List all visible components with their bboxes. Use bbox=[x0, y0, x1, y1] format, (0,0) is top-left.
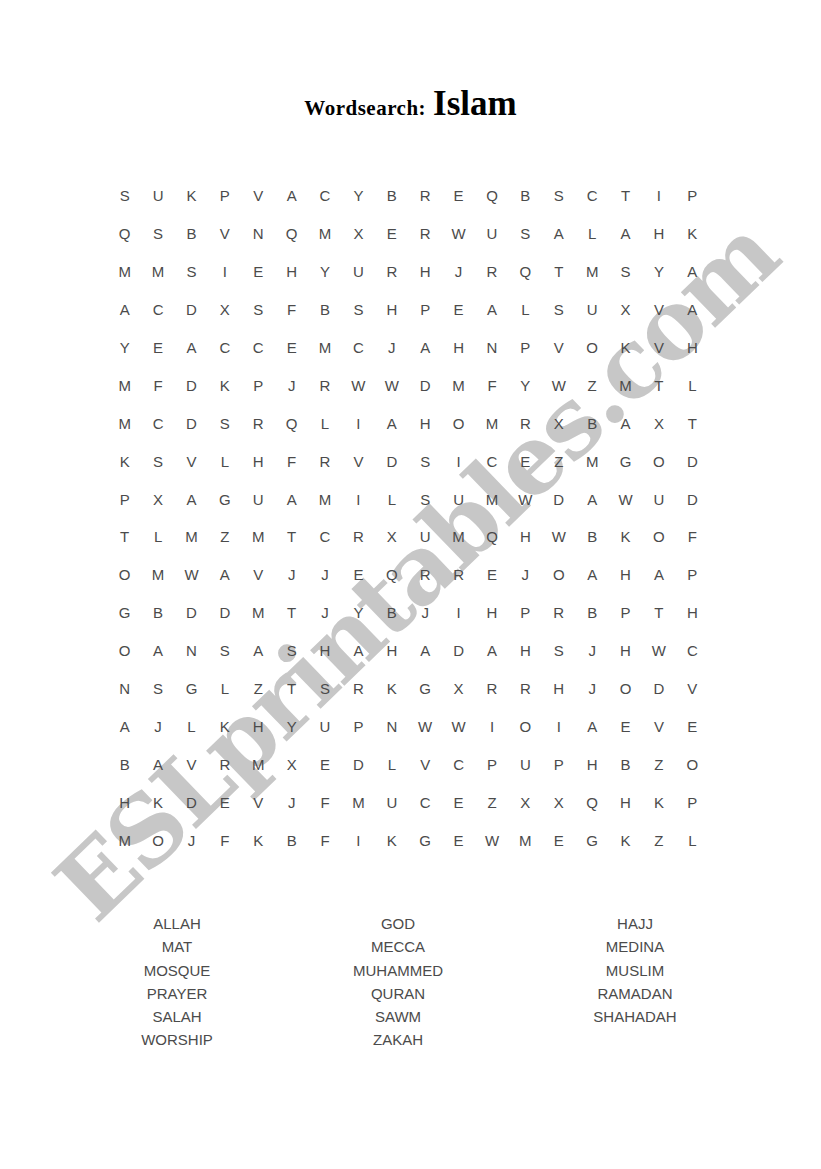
grid-cell: N bbox=[375, 707, 408, 745]
grid-cell: S bbox=[609, 253, 642, 291]
grid-cell: D bbox=[409, 366, 442, 404]
grid-cell: G bbox=[575, 821, 608, 859]
grid-cell: V bbox=[342, 442, 375, 480]
grid-cell: X bbox=[542, 783, 575, 821]
grid-cell: K bbox=[208, 366, 241, 404]
grid-cell: A bbox=[175, 480, 208, 518]
grid-cell: V bbox=[676, 670, 709, 708]
grid-cell: M bbox=[475, 480, 508, 518]
grid-cell: V bbox=[175, 745, 208, 783]
grid-cell: P bbox=[509, 594, 542, 632]
grid-cell: N bbox=[242, 215, 275, 253]
grid-cell: S bbox=[409, 480, 442, 518]
grid-cell: A bbox=[108, 707, 141, 745]
grid-cell: U bbox=[308, 707, 341, 745]
word-list-item: SAWM bbox=[298, 1005, 498, 1028]
grid-cell: R bbox=[475, 253, 508, 291]
grid-cell: M bbox=[141, 253, 174, 291]
grid-cell: B bbox=[375, 177, 408, 215]
grid-cell: A bbox=[609, 215, 642, 253]
grid-cell: Q bbox=[509, 253, 542, 291]
grid-cell: E bbox=[442, 177, 475, 215]
grid-cell: T bbox=[275, 594, 308, 632]
grid-cell: H bbox=[676, 329, 709, 367]
grid-cell: A bbox=[208, 556, 241, 594]
grid-cell: W bbox=[375, 366, 408, 404]
grid-cell: B bbox=[275, 821, 308, 859]
grid-cell: U bbox=[409, 518, 442, 556]
grid-cell: A bbox=[475, 291, 508, 329]
grid-cell: W bbox=[542, 518, 575, 556]
grid-cell: X bbox=[208, 291, 241, 329]
grid-cell: S bbox=[542, 291, 575, 329]
grid-cell: W bbox=[642, 632, 675, 670]
grid-cell: I bbox=[342, 821, 375, 859]
grid-cell: U bbox=[442, 480, 475, 518]
grid-cell: M bbox=[175, 518, 208, 556]
grid-cell: O bbox=[442, 404, 475, 442]
worksheet-title: Wordsearch:Islam bbox=[0, 84, 821, 124]
grid-cell: L bbox=[575, 215, 608, 253]
grid-cell: I bbox=[208, 253, 241, 291]
grid-cell: W bbox=[409, 707, 442, 745]
grid-cell: D bbox=[375, 442, 408, 480]
grid-cell: O bbox=[642, 518, 675, 556]
grid-cell: H bbox=[642, 215, 675, 253]
grid-cell: M bbox=[575, 442, 608, 480]
grid-cell: P bbox=[676, 177, 709, 215]
grid-cell: H bbox=[375, 291, 408, 329]
grid-cell: B bbox=[141, 594, 174, 632]
grid-cell: E bbox=[609, 707, 642, 745]
grid-cell: X bbox=[141, 480, 174, 518]
grid-cell: J bbox=[575, 632, 608, 670]
grid-cell: U bbox=[509, 745, 542, 783]
word-list-item: ZAKAH bbox=[298, 1028, 498, 1051]
grid-cell: K bbox=[642, 783, 675, 821]
grid-cell: K bbox=[175, 177, 208, 215]
grid-cell: D bbox=[175, 404, 208, 442]
word-list-item: SHAHADAH bbox=[535, 1005, 735, 1028]
grid-cell: H bbox=[575, 745, 608, 783]
grid-cell: C bbox=[208, 329, 241, 367]
grid-cell: J bbox=[409, 594, 442, 632]
grid-cell: H bbox=[609, 632, 642, 670]
grid-cell: W bbox=[175, 556, 208, 594]
word-list-item: HAJJ bbox=[535, 912, 735, 935]
grid-cell: W bbox=[342, 366, 375, 404]
grid-cell: K bbox=[208, 707, 241, 745]
grid-cell: G bbox=[409, 821, 442, 859]
grid-cell: Q bbox=[575, 783, 608, 821]
word-list-item: MOSQUE bbox=[77, 959, 277, 982]
grid-cell: Z bbox=[642, 821, 675, 859]
grid-cell: X bbox=[542, 404, 575, 442]
grid-cell: K bbox=[108, 442, 141, 480]
grid-cell: F bbox=[308, 821, 341, 859]
grid-cell: I bbox=[542, 707, 575, 745]
grid-cell: T bbox=[542, 253, 575, 291]
grid-cell: M bbox=[242, 745, 275, 783]
grid-cell: Y bbox=[342, 594, 375, 632]
grid-cell: V bbox=[242, 556, 275, 594]
grid-cell: A bbox=[575, 556, 608, 594]
grid-cell: R bbox=[542, 594, 575, 632]
grid-cell: E bbox=[475, 556, 508, 594]
grid-cell: Z bbox=[242, 670, 275, 708]
grid-cell: S bbox=[175, 253, 208, 291]
grid-cell: I bbox=[342, 404, 375, 442]
grid-cell: V bbox=[409, 745, 442, 783]
grid-cell: T bbox=[642, 594, 675, 632]
grid-cell: S bbox=[409, 442, 442, 480]
grid-cell: S bbox=[308, 670, 341, 708]
grid-cell: A bbox=[141, 632, 174, 670]
grid-cell: D bbox=[175, 783, 208, 821]
grid-cell: D bbox=[442, 632, 475, 670]
grid-cell: V bbox=[642, 707, 675, 745]
grid-cell: C bbox=[342, 329, 375, 367]
grid-cell: C bbox=[308, 177, 341, 215]
word-list-item: WORSHIP bbox=[77, 1028, 277, 1051]
grid-cell: A bbox=[642, 556, 675, 594]
grid-cell: A bbox=[542, 215, 575, 253]
grid-cell: L bbox=[175, 707, 208, 745]
grid-cell: R bbox=[509, 404, 542, 442]
grid-cell: F bbox=[308, 783, 341, 821]
grid-cell: O bbox=[575, 329, 608, 367]
grid-cell: J bbox=[275, 783, 308, 821]
grid-cell: H bbox=[609, 556, 642, 594]
grid-cell: S bbox=[141, 215, 174, 253]
grid-cell: E bbox=[342, 556, 375, 594]
grid-cell: D bbox=[642, 670, 675, 708]
grid-cell: B bbox=[575, 404, 608, 442]
grid-cell: B bbox=[108, 745, 141, 783]
grid-cell: V bbox=[242, 783, 275, 821]
grid-cell: G bbox=[609, 442, 642, 480]
grid-cell: S bbox=[542, 632, 575, 670]
grid-cell: L bbox=[509, 291, 542, 329]
grid-cell: T bbox=[642, 366, 675, 404]
grid-cell: T bbox=[108, 518, 141, 556]
grid-cell: P bbox=[342, 707, 375, 745]
grid-cell: F bbox=[275, 291, 308, 329]
grid-cell: J bbox=[575, 670, 608, 708]
grid-cell: B bbox=[575, 518, 608, 556]
grid-cell: C bbox=[575, 177, 608, 215]
grid-cell: I bbox=[442, 594, 475, 632]
grid-cell: P bbox=[108, 480, 141, 518]
grid-cell: U bbox=[242, 480, 275, 518]
grid-cell: E bbox=[141, 329, 174, 367]
grid-cell: M bbox=[108, 253, 141, 291]
grid-cell: A bbox=[409, 632, 442, 670]
grid-cell: X bbox=[275, 745, 308, 783]
grid-cell: H bbox=[275, 253, 308, 291]
word-list-item: RAMADAN bbox=[535, 982, 735, 1005]
grid-cell: S bbox=[208, 404, 241, 442]
grid-cell: M bbox=[308, 215, 341, 253]
grid-cell: K bbox=[141, 783, 174, 821]
grid-cell: R bbox=[409, 215, 442, 253]
grid-cell: C bbox=[141, 291, 174, 329]
grid-cell: X bbox=[509, 783, 542, 821]
grid-cell: J bbox=[509, 556, 542, 594]
grid-cell: P bbox=[676, 783, 709, 821]
word-list-column-2: GODMECCAMUHAMMEDQURANSAWMZAKAH bbox=[298, 912, 498, 1052]
grid-cell: E bbox=[542, 821, 575, 859]
grid-cell: M bbox=[342, 783, 375, 821]
grid-cell: K bbox=[609, 821, 642, 859]
grid-cell: P bbox=[609, 594, 642, 632]
grid-cell: J bbox=[275, 366, 308, 404]
grid-cell: M bbox=[575, 253, 608, 291]
grid-cell: M bbox=[242, 518, 275, 556]
grid-cell: R bbox=[308, 442, 341, 480]
grid-cell: Z bbox=[475, 783, 508, 821]
grid-cell: H bbox=[475, 594, 508, 632]
grid-cell: K bbox=[375, 821, 408, 859]
grid-cell: Q bbox=[475, 177, 508, 215]
grid-cell: P bbox=[676, 556, 709, 594]
grid-cell: G bbox=[175, 670, 208, 708]
word-list-item: PRAYER bbox=[77, 982, 277, 1005]
grid-cell: E bbox=[275, 329, 308, 367]
grid-cell: M bbox=[609, 366, 642, 404]
grid-cell: M bbox=[242, 594, 275, 632]
grid-cell: T bbox=[676, 404, 709, 442]
grid-cell: A bbox=[409, 329, 442, 367]
grid-cell: T bbox=[275, 518, 308, 556]
grid-cell: R bbox=[242, 404, 275, 442]
grid-cell: M bbox=[308, 480, 341, 518]
grid-cell: Z bbox=[642, 745, 675, 783]
grid-cell: G bbox=[108, 594, 141, 632]
grid-cell: G bbox=[409, 670, 442, 708]
grid-cell: V bbox=[642, 291, 675, 329]
grid-cell: D bbox=[175, 594, 208, 632]
grid-cell: S bbox=[141, 442, 174, 480]
grid-cell: M bbox=[475, 404, 508, 442]
grid-cell: S bbox=[108, 177, 141, 215]
grid-cell: K bbox=[609, 329, 642, 367]
grid-cell: H bbox=[409, 253, 442, 291]
grid-cell: E bbox=[308, 745, 341, 783]
grid-cell: U bbox=[375, 783, 408, 821]
grid-cell: B bbox=[375, 594, 408, 632]
grid-cell: F bbox=[475, 366, 508, 404]
grid-cell: H bbox=[609, 783, 642, 821]
grid-cell: R bbox=[442, 556, 475, 594]
grid-cell: D bbox=[175, 366, 208, 404]
grid-cell: S bbox=[242, 291, 275, 329]
grid-cell: W bbox=[609, 480, 642, 518]
grid-cell: Q bbox=[275, 404, 308, 442]
grid-cell: W bbox=[542, 366, 575, 404]
grid-cell: M bbox=[108, 821, 141, 859]
grid-cell: A bbox=[175, 329, 208, 367]
grid-cell: E bbox=[208, 783, 241, 821]
worksheet-page: { "game": "word-search", "title": { "pre… bbox=[0, 0, 821, 1169]
grid-cell: Y bbox=[642, 253, 675, 291]
grid-cell: L bbox=[208, 670, 241, 708]
grid-cell: L bbox=[308, 404, 341, 442]
grid-cell: A bbox=[242, 632, 275, 670]
grid-cell: F bbox=[141, 366, 174, 404]
grid-cell: D bbox=[175, 291, 208, 329]
grid-cell: X bbox=[375, 518, 408, 556]
grid-cell: W bbox=[442, 215, 475, 253]
grid-cell: A bbox=[375, 404, 408, 442]
word-list-item: MEDINA bbox=[535, 935, 735, 958]
grid-cell: D bbox=[676, 480, 709, 518]
grid-cell: U bbox=[642, 480, 675, 518]
grid-cell: V bbox=[242, 177, 275, 215]
grid-cell: U bbox=[575, 291, 608, 329]
grid-cell: A bbox=[275, 480, 308, 518]
grid-cell: N bbox=[175, 632, 208, 670]
grid-cell: Y bbox=[108, 329, 141, 367]
grid-cell: O bbox=[609, 670, 642, 708]
grid-cell: E bbox=[442, 783, 475, 821]
grid-cell: H bbox=[442, 329, 475, 367]
word-list-item: GOD bbox=[298, 912, 498, 935]
grid-cell: C bbox=[242, 329, 275, 367]
grid-cell: S bbox=[141, 670, 174, 708]
grid-cell: X bbox=[609, 291, 642, 329]
grid-cell: A bbox=[676, 253, 709, 291]
grid-cell: L bbox=[676, 821, 709, 859]
grid-cell: R bbox=[409, 556, 442, 594]
grid-cell: F bbox=[676, 518, 709, 556]
grid-cell: Y bbox=[509, 366, 542, 404]
grid-cell: A bbox=[108, 291, 141, 329]
grid-cell: L bbox=[208, 442, 241, 480]
grid-cell: K bbox=[609, 518, 642, 556]
grid-cell: M bbox=[108, 404, 141, 442]
grid-cell: O bbox=[108, 556, 141, 594]
grid-cell: U bbox=[141, 177, 174, 215]
grid-cell: A bbox=[676, 291, 709, 329]
grid-cell: T bbox=[609, 177, 642, 215]
grid-cell: C bbox=[475, 442, 508, 480]
grid-cell: J bbox=[442, 253, 475, 291]
grid-cell: J bbox=[308, 594, 341, 632]
grid-cell: R bbox=[409, 177, 442, 215]
grid-cell: R bbox=[375, 253, 408, 291]
grid-cell: D bbox=[208, 594, 241, 632]
grid-cell: L bbox=[141, 518, 174, 556]
grid-cell: A bbox=[141, 745, 174, 783]
grid-cell: A bbox=[275, 177, 308, 215]
grid-cell: E bbox=[676, 707, 709, 745]
grid-cell: Q bbox=[275, 215, 308, 253]
grid-cell: Y bbox=[275, 707, 308, 745]
grid-cell: A bbox=[575, 707, 608, 745]
grid-cell: M bbox=[108, 366, 141, 404]
grid-cell: S bbox=[208, 632, 241, 670]
grid-cell: B bbox=[609, 745, 642, 783]
grid-cell: R bbox=[342, 518, 375, 556]
grid-cell: E bbox=[242, 253, 275, 291]
grid-cell: Q bbox=[108, 215, 141, 253]
grid-cell: R bbox=[475, 670, 508, 708]
word-list-column-3: HAJJMEDINAMUSLIMRAMADANSHAHADAH bbox=[535, 912, 735, 1028]
grid-cell: A bbox=[342, 632, 375, 670]
grid-cell: C bbox=[308, 518, 341, 556]
grid-cell: P bbox=[475, 745, 508, 783]
grid-cell: V bbox=[208, 215, 241, 253]
grid-cell: H bbox=[308, 632, 341, 670]
grid-cell: X bbox=[342, 215, 375, 253]
grid-cell: R bbox=[509, 670, 542, 708]
grid-cell: C bbox=[442, 745, 475, 783]
grid-cell: V bbox=[642, 329, 675, 367]
grid-cell: I bbox=[442, 442, 475, 480]
grid-cell: K bbox=[676, 215, 709, 253]
grid-cell: F bbox=[275, 442, 308, 480]
grid-cell: D bbox=[542, 480, 575, 518]
grid-cell: A bbox=[575, 480, 608, 518]
grid-cell: R bbox=[308, 366, 341, 404]
grid-cell: H bbox=[509, 632, 542, 670]
grid-cell: H bbox=[409, 404, 442, 442]
title-prefix: Wordsearch: bbox=[304, 96, 426, 120]
word-list-item: SALAH bbox=[77, 1005, 277, 1028]
grid-cell: I bbox=[642, 177, 675, 215]
grid-cell: L bbox=[676, 366, 709, 404]
grid-cell: O bbox=[141, 821, 174, 859]
grid-cell: K bbox=[242, 821, 275, 859]
grid-cell: B bbox=[308, 291, 341, 329]
grid-cell: J bbox=[175, 821, 208, 859]
grid-cell: H bbox=[108, 783, 141, 821]
grid-cell: O bbox=[676, 745, 709, 783]
grid-cell: C bbox=[141, 404, 174, 442]
grid-cell: S bbox=[275, 632, 308, 670]
title-topic: Islam bbox=[433, 84, 517, 123]
grid-cell: C bbox=[409, 783, 442, 821]
grid-cell: H bbox=[242, 442, 275, 480]
grid-cell: C bbox=[676, 632, 709, 670]
grid-cell: U bbox=[342, 253, 375, 291]
grid-cell: A bbox=[609, 404, 642, 442]
grid-cell: M bbox=[308, 329, 341, 367]
wordsearch-grid: SUKPVACYBREQBSCTIPQSBVNQMXERWUSALAHKMMSI… bbox=[108, 177, 709, 859]
grid-cell: I bbox=[342, 480, 375, 518]
grid-cell: N bbox=[108, 670, 141, 708]
grid-cell: B bbox=[175, 215, 208, 253]
grid-cell: P bbox=[242, 366, 275, 404]
grid-cell: R bbox=[342, 670, 375, 708]
grid-cell: E bbox=[509, 442, 542, 480]
grid-cell: S bbox=[342, 291, 375, 329]
grid-cell: K bbox=[375, 670, 408, 708]
grid-cell: Z bbox=[542, 442, 575, 480]
grid-cell: Q bbox=[375, 556, 408, 594]
grid-cell: J bbox=[375, 329, 408, 367]
grid-cell: L bbox=[375, 480, 408, 518]
word-list-item: QURAN bbox=[298, 982, 498, 1005]
grid-cell: Y bbox=[342, 177, 375, 215]
grid-cell: J bbox=[308, 556, 341, 594]
grid-cell: W bbox=[475, 821, 508, 859]
grid-cell: E bbox=[375, 215, 408, 253]
grid-cell: L bbox=[375, 745, 408, 783]
word-list-item: MAT bbox=[77, 935, 277, 958]
grid-cell: O bbox=[509, 707, 542, 745]
